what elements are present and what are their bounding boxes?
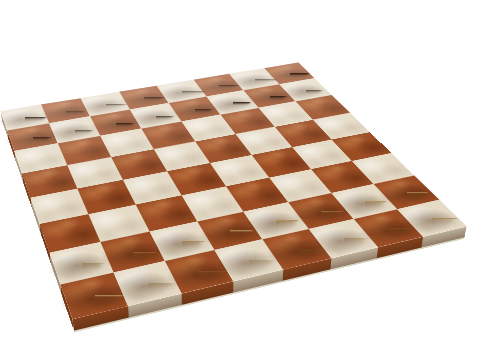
chess-board-3d: ♜♞♝♛♚♝♞♜♟♟♟♟♟♟♟♟♟♟♟♟♟♟♟♟♜♞♝♛♚♝♞♜ [1,63,467,320]
chess-set-photo: ♜♞♝♛♚♝♞♜♟♟♟♟♟♟♟♟♟♟♟♟♟♟♟♟♜♞♝♛♚♝♞♜ [0,0,480,360]
pawn-glyph: ♟ [5,85,60,146]
rook-glyph: ♜ [51,213,137,309]
